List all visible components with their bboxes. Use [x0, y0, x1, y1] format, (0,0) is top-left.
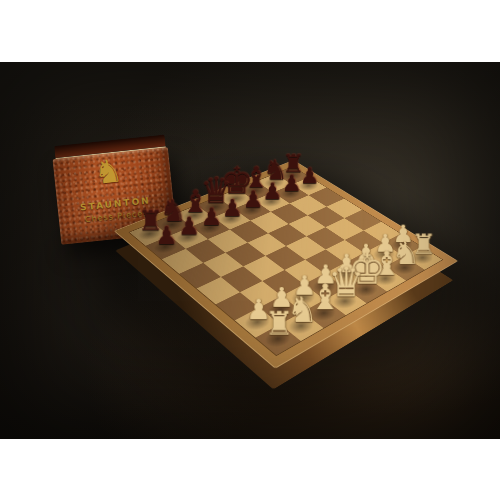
square-b1: [279, 312, 323, 342]
black-pawn-icon: ♟: [138, 223, 196, 248]
square-b5: [203, 252, 244, 277]
square-b3: [239, 281, 281, 308]
black-pawn-icon: ♟: [226, 188, 279, 211]
square-h3: [363, 222, 401, 244]
white-knight-icon: ♞: [271, 292, 335, 327]
black-pawn-icon: ♟: [285, 165, 335, 187]
square-f7: [254, 192, 290, 212]
white-pawn-icon: ♟: [226, 296, 290, 324]
square-e2: [325, 263, 366, 288]
board-shadow: [110, 178, 458, 397]
square-b8: [153, 214, 191, 236]
square-g3: [344, 230, 382, 252]
square-d6: [230, 221, 268, 243]
square-a8: [130, 223, 169, 245]
black-knight-icon: ♞: [145, 195, 200, 225]
square-f3: [325, 240, 364, 263]
white-pawn-icon: ♟: [317, 251, 376, 276]
black-pawn-icon: ♟: [206, 196, 260, 220]
square-e7: [234, 200, 271, 220]
square-f4: [306, 227, 344, 249]
square-g8: [256, 174, 291, 192]
black-queen-icon: ♛: [190, 172, 243, 208]
square-f1: [365, 266, 406, 291]
square-d5: [247, 233, 286, 256]
square-c4: [243, 256, 284, 281]
square-c2: [282, 284, 324, 311]
white-pawn-icon: ♟: [274, 272, 335, 299]
black-rook-icon: ♜: [122, 207, 178, 235]
square-a3: [215, 292, 258, 320]
square-c5: [225, 243, 265, 267]
white-bishop-icon: ♝: [358, 246, 417, 279]
black-knight-icon: ♞: [250, 156, 300, 184]
square-f2: [345, 253, 385, 277]
white-queen-icon: ♛: [316, 262, 377, 303]
square-c8: [175, 205, 213, 226]
square-c7: [191, 217, 229, 239]
white-pawn-icon: ♟: [376, 222, 431, 246]
black-pawn-icon: ♟: [247, 180, 299, 203]
white-pawn-icon: ♟: [250, 284, 313, 311]
black-pawn-icon: ♟: [266, 172, 317, 194]
square-e4: [286, 236, 325, 259]
square-c1: [302, 300, 345, 328]
square-b4: [220, 266, 262, 292]
square-a1: [255, 324, 300, 355]
letterboxed-photo: ♞ STAUNTON Chess Pieces ♜♞♝♛♚♝♞♜♟♟♟♟♟♟♟♟…: [0, 0, 500, 500]
black-pawn-icon: ♟: [184, 205, 239, 229]
square-h5: [326, 198, 362, 218]
black-rook-icon: ♜: [268, 151, 318, 176]
square-c3: [262, 270, 304, 296]
box-front: ♞ STAUNTON Chess Pieces: [52, 147, 176, 245]
square-a6: [162, 249, 203, 274]
black-bishop-icon: ♝: [230, 162, 281, 191]
box-lid: [54, 134, 166, 160]
square-b6: [185, 239, 225, 263]
square-h4: [344, 210, 381, 231]
square-g6: [290, 195, 326, 215]
knight-logo-icon: ♞: [92, 154, 124, 189]
square-b7: [169, 226, 208, 249]
square-h8: [275, 167, 309, 185]
white-pawn-icon: ♟: [357, 231, 413, 255]
square-d1: [324, 288, 366, 315]
square-c6: [208, 230, 247, 253]
white-pawn-icon: ♟: [337, 241, 395, 266]
square-e1: [345, 277, 387, 303]
white-knight-icon: ♞: [377, 237, 435, 269]
square-d7: [213, 209, 251, 230]
square-f8: [237, 181, 273, 200]
lighting-overlay: [130, 167, 443, 355]
black-king-icon: ♚: [210, 163, 262, 200]
black-bishop-icon: ♝: [168, 186, 222, 217]
square-b2: [259, 296, 302, 324]
photo-area: ♞ STAUNTON Chess Pieces ♜♞♝♛♚♝♞♜♟♟♟♟♟♟♟♟…: [0, 62, 500, 439]
square-e8: [217, 189, 253, 209]
square-f6: [270, 203, 307, 223]
square-e3: [305, 249, 345, 273]
square-g2: [364, 243, 403, 266]
white-king-icon: ♚: [337, 249, 397, 291]
white-bishop-icon: ♝: [294, 279, 357, 315]
square-h1: [403, 246, 442, 269]
square-d2: [304, 273, 346, 299]
square-g4: [326, 218, 364, 239]
square-e5: [268, 224, 306, 246]
square-g1: [385, 256, 425, 280]
square-g7: [273, 184, 309, 203]
pieces-layer: ♜♞♝♛♚♝♞♜♟♟♟♟♟♟♟♟♟♟♟♟♟♟♟♟♜♞♝♛♚♝♞♜: [130, 167, 443, 355]
chess-pieces-box: ♞ STAUNTON Chess Pieces: [51, 134, 177, 246]
square-f5: [288, 215, 326, 236]
board-side: [115, 178, 453, 390]
box-subtitle-text: Chess Pieces: [63, 206, 171, 226]
square-h7: [291, 177, 326, 195]
white-pawn-icon: ♟: [296, 261, 356, 287]
board-squares: [130, 167, 443, 355]
square-h2: [383, 234, 421, 256]
square-d4: [265, 246, 305, 270]
square-a2: [235, 308, 279, 338]
square-a4: [197, 277, 239, 304]
square-e6: [250, 212, 288, 233]
square-d8: [197, 197, 234, 217]
white-rook-icon: ♜: [246, 308, 312, 341]
chess-board: ♜♞♝♛♚♝♞♜♟♟♟♟♟♟♟♟♟♟♟♟♟♟♟♟♜♞♝♛♚♝♞♜: [114, 160, 458, 369]
square-h6: [308, 187, 344, 206]
black-pawn-icon: ♟: [161, 214, 217, 238]
square-g5: [307, 207, 344, 228]
square-d3: [284, 259, 325, 284]
white-rook-icon: ♜: [396, 231, 452, 259]
square-a7: [145, 236, 185, 259]
box-brand-text: STAUNTON: [61, 193, 169, 214]
square-a5: [179, 263, 221, 289]
